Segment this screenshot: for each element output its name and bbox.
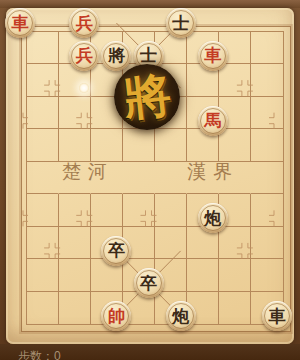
board-cell xyxy=(251,129,283,161)
board-cell xyxy=(91,194,123,226)
board-cell xyxy=(219,292,251,324)
board-cell xyxy=(123,129,155,161)
piece-glyph: 車 xyxy=(204,47,221,64)
board-cell xyxy=(219,227,251,259)
piece-glyph: 將 xyxy=(108,47,125,64)
piece-glyph: 炮 xyxy=(172,308,189,325)
board-cell xyxy=(59,194,91,226)
board-cell xyxy=(27,227,59,259)
piece-glyph: 兵 xyxy=(76,47,93,64)
piece-black-soldier[interactable]: 卒 xyxy=(134,268,164,298)
board-cell xyxy=(59,97,91,129)
river-label-left: 楚河 xyxy=(62,159,114,185)
xiangqi-app-screen: 楚河 漢界 車兵士兵將士車馬炮卒卒帥炮車 將 步数：0 xyxy=(0,0,300,360)
piece-red-horse[interactable]: 馬 xyxy=(198,106,228,136)
piece-black-cannon[interactable]: 炮 xyxy=(166,301,196,331)
board-cell xyxy=(27,259,59,291)
board-cell xyxy=(251,227,283,259)
board-cell xyxy=(155,227,187,259)
piece-black-cannon[interactable]: 炮 xyxy=(198,203,228,233)
board-cell xyxy=(155,162,187,194)
board-cell xyxy=(59,292,91,324)
piece-black-general[interactable]: 將 xyxy=(101,41,131,71)
piece-red-chariot[interactable]: 車 xyxy=(198,41,228,71)
board-cell xyxy=(251,97,283,129)
board-cell xyxy=(27,129,59,161)
piece-red-soldier[interactable]: 兵 xyxy=(69,41,99,71)
board-cell xyxy=(219,129,251,161)
piece-glyph: 卒 xyxy=(140,275,157,292)
board-cell xyxy=(155,194,187,226)
board-cell xyxy=(27,97,59,129)
board-cell xyxy=(251,162,283,194)
board-cell xyxy=(251,64,283,96)
piece-glyph: 車 xyxy=(269,308,286,325)
piece-glyph: 炮 xyxy=(204,210,221,227)
board-cell xyxy=(251,259,283,291)
piece-red-chariot[interactable]: 車 xyxy=(5,8,35,38)
board-cell xyxy=(123,194,155,226)
piece-black-advisor[interactable]: 士 xyxy=(166,8,196,38)
piece-glyph: 卒 xyxy=(108,242,125,259)
board-cell xyxy=(187,259,219,291)
board-cell xyxy=(27,292,59,324)
board-cell xyxy=(27,162,59,194)
board-cell xyxy=(155,129,187,161)
board-cell xyxy=(27,32,59,64)
board-cell xyxy=(59,259,91,291)
check-banner-glyph: 將 xyxy=(120,63,173,131)
board-cell xyxy=(123,162,155,194)
board-cell xyxy=(27,194,59,226)
river-label-right: 漢界 xyxy=(187,159,239,185)
piece-glyph: 車 xyxy=(12,15,29,32)
piece-black-chariot[interactable]: 車 xyxy=(262,301,292,331)
board-cell xyxy=(91,129,123,161)
top-bar xyxy=(0,0,300,8)
board-cell xyxy=(251,194,283,226)
board-cell xyxy=(59,129,91,161)
piece-glyph: 帥 xyxy=(108,308,125,325)
piece-glyph: 士 xyxy=(140,47,157,64)
board-cell xyxy=(59,227,91,259)
board-cell xyxy=(251,32,283,64)
check-banner: 將 xyxy=(114,64,180,130)
move-count-label: 步数：0 xyxy=(18,348,61,360)
board-cell xyxy=(27,64,59,96)
piece-glyph: 士 xyxy=(172,15,189,32)
piece-glyph: 馬 xyxy=(204,112,221,129)
piece-glyph: 兵 xyxy=(76,15,93,32)
board-cell xyxy=(219,64,251,96)
board-cell xyxy=(219,259,251,291)
